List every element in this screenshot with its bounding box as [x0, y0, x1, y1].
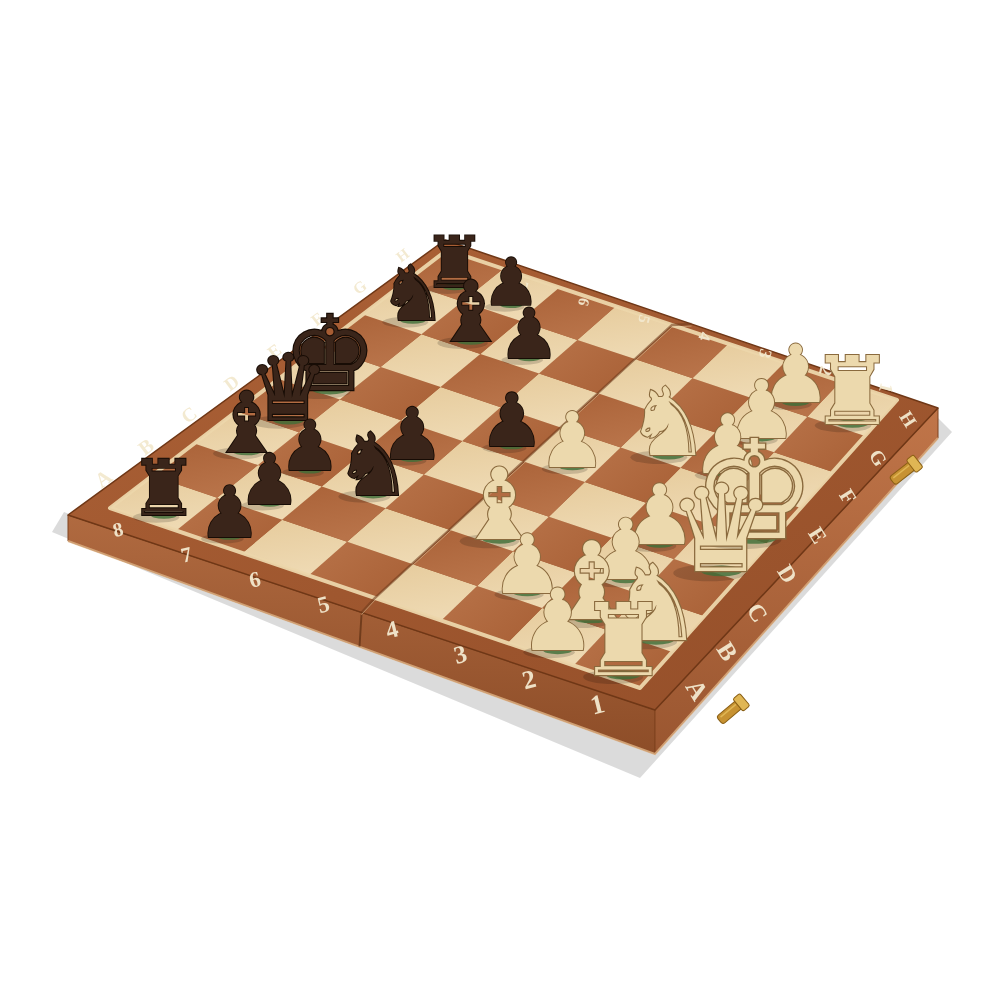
piece-glyph: ♞	[334, 414, 412, 515]
piece-glyph: ♟	[538, 396, 607, 485]
piece-glyph: ♜	[578, 582, 668, 699]
brass-latch	[714, 693, 750, 726]
piece-black-rook-a8[interactable]: ♜	[129, 443, 198, 533]
piece-black-pawn-g6[interactable]: ♟	[498, 294, 560, 374]
piece-white-pawn-e4[interactable]: ♟	[538, 396, 607, 485]
piece-glyph: ♜	[810, 336, 895, 446]
piece-black-knight-c6[interactable]: ♞	[334, 414, 412, 515]
chessboard: ABCDEFGH8765432187654321HGFEDCBA♜♟♞♝♟♚♟♛…	[0, 0, 1000, 1000]
photo-stage: ABCDEFGH8765432187654321HGFEDCBA♜♟♞♝♟♚♟♛…	[0, 0, 1000, 1000]
piece-glyph: ♟	[498, 294, 560, 374]
piece-black-pawn-a7[interactable]: ♟	[198, 471, 262, 554]
piece-white-rook-h1[interactable]: ♜	[810, 336, 895, 446]
piece-white-rook-a1[interactable]: ♜	[578, 582, 668, 699]
piece-glyph: ♜	[129, 443, 198, 533]
piece-glyph: ♟	[198, 471, 262, 554]
